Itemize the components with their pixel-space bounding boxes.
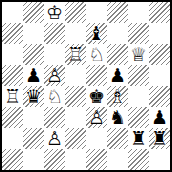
square-h3[interactable]: ♟ xyxy=(149,107,170,128)
square-h5[interactable] xyxy=(149,65,170,86)
piece-black-queen: ♛ xyxy=(23,86,44,107)
square-c8[interactable]: ♚♔ xyxy=(44,2,65,23)
square-c3[interactable] xyxy=(44,107,65,128)
piece-white-bishop: ♝♗ xyxy=(107,86,128,107)
square-f8[interactable] xyxy=(107,2,128,23)
square-c4[interactable]: ♞♘ xyxy=(44,86,65,107)
square-e2[interactable] xyxy=(86,128,107,149)
square-a6[interactable] xyxy=(2,44,23,65)
square-g6[interactable]: ♛♕ xyxy=(128,44,149,65)
square-a7[interactable] xyxy=(2,23,23,44)
square-d4[interactable] xyxy=(65,86,86,107)
square-c1[interactable] xyxy=(44,149,65,170)
piece-white-knight: ♞♘ xyxy=(44,86,65,107)
square-a1[interactable] xyxy=(2,149,23,170)
piece-black-rook: ♜ xyxy=(149,128,170,149)
square-f5[interactable]: ♟ xyxy=(107,65,128,86)
square-d7[interactable] xyxy=(65,23,86,44)
chess-board: ♚♔♝♜♖♞♘♛♕♟♟♙♟♜♖♛♞♘♚♝♗♟♙♞♟♟♙♜♜ xyxy=(0,0,172,172)
square-g7[interactable] xyxy=(128,23,149,44)
square-a3[interactable] xyxy=(2,107,23,128)
piece-black-pawn: ♟ xyxy=(149,107,170,128)
square-g4[interactable] xyxy=(128,86,149,107)
square-h7[interactable] xyxy=(149,23,170,44)
square-b8[interactable] xyxy=(23,2,44,23)
piece-white-knight: ♞♘ xyxy=(86,44,107,65)
square-b5[interactable]: ♟ xyxy=(23,65,44,86)
square-d2[interactable] xyxy=(65,128,86,149)
piece-white-pawn: ♟♙ xyxy=(44,128,65,149)
piece-black-king: ♚ xyxy=(86,86,107,107)
square-e6[interactable]: ♞♘ xyxy=(86,44,107,65)
square-d1[interactable] xyxy=(65,149,86,170)
piece-black-knight: ♞ xyxy=(107,107,128,128)
piece-white-pawn: ♟♙ xyxy=(86,107,107,128)
square-d3[interactable] xyxy=(65,107,86,128)
square-f4[interactable]: ♝♗ xyxy=(107,86,128,107)
square-e4[interactable]: ♚ xyxy=(86,86,107,107)
piece-black-bishop: ♝ xyxy=(86,23,107,44)
square-b6[interactable] xyxy=(23,44,44,65)
square-a2[interactable] xyxy=(2,128,23,149)
square-c5[interactable]: ♟♙ xyxy=(44,65,65,86)
square-f2[interactable] xyxy=(107,128,128,149)
square-b1[interactable] xyxy=(23,149,44,170)
square-b4[interactable]: ♛ xyxy=(23,86,44,107)
piece-black-pawn: ♟ xyxy=(23,65,44,86)
square-a8[interactable] xyxy=(2,2,23,23)
square-g2[interactable]: ♜ xyxy=(128,128,149,149)
square-h8[interactable] xyxy=(149,2,170,23)
piece-white-rook: ♜♖ xyxy=(65,44,86,65)
square-e3[interactable]: ♟♙ xyxy=(86,107,107,128)
square-g3[interactable] xyxy=(128,107,149,128)
piece-black-rook: ♜ xyxy=(128,128,149,149)
square-e7[interactable]: ♝ xyxy=(86,23,107,44)
square-g1[interactable] xyxy=(128,149,149,170)
square-g5[interactable] xyxy=(128,65,149,86)
square-h6[interactable] xyxy=(149,44,170,65)
square-d5[interactable] xyxy=(65,65,86,86)
square-a5[interactable] xyxy=(2,65,23,86)
piece-white-queen: ♛♕ xyxy=(128,44,149,65)
square-f3[interactable]: ♞ xyxy=(107,107,128,128)
square-h1[interactable] xyxy=(149,149,170,170)
piece-black-pawn: ♟ xyxy=(107,65,128,86)
square-b7[interactable] xyxy=(23,23,44,44)
piece-white-pawn: ♟♙ xyxy=(44,65,65,86)
piece-white-king: ♚♔ xyxy=(44,2,65,23)
square-f1[interactable] xyxy=(107,149,128,170)
square-a4[interactable]: ♜♖ xyxy=(2,86,23,107)
square-f6[interactable] xyxy=(107,44,128,65)
square-b3[interactable] xyxy=(23,107,44,128)
square-b2[interactable] xyxy=(23,128,44,149)
square-c7[interactable] xyxy=(44,23,65,44)
piece-white-rook: ♜♖ xyxy=(2,86,23,107)
square-e5[interactable] xyxy=(86,65,107,86)
square-d6[interactable]: ♜♖ xyxy=(65,44,86,65)
square-e8[interactable] xyxy=(86,2,107,23)
square-h2[interactable]: ♜ xyxy=(149,128,170,149)
square-c2[interactable]: ♟♙ xyxy=(44,128,65,149)
square-f7[interactable] xyxy=(107,23,128,44)
square-e1[interactable] xyxy=(86,149,107,170)
square-h4[interactable] xyxy=(149,86,170,107)
square-g8[interactable] xyxy=(128,2,149,23)
square-c6[interactable] xyxy=(44,44,65,65)
square-d8[interactable] xyxy=(65,2,86,23)
